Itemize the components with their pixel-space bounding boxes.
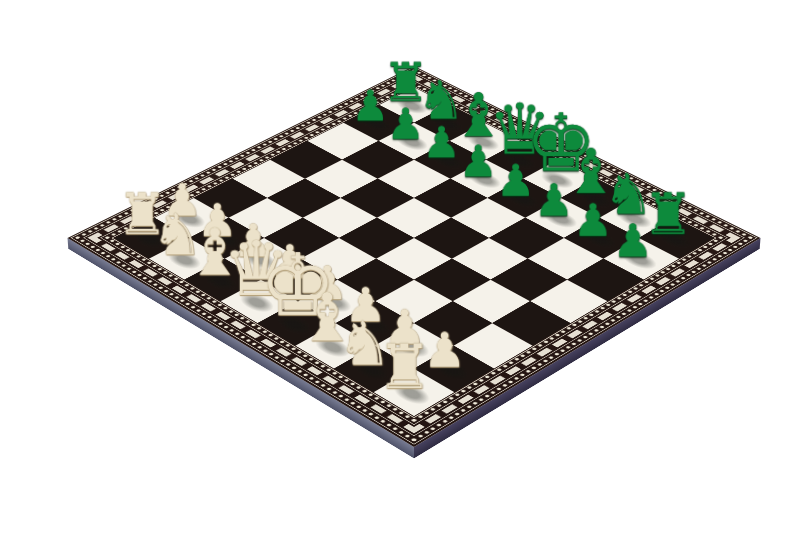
chess-board: ♜♞♝♛♚♝♞♜♟♟♟♟♟♟♟♟♟♟♟♟♟♟♟♟♜♞♝♛♚♝♞♜: [68, 66, 761, 447]
photo-scene: ♜♞♝♛♚♝♞♜♟♟♟♟♟♟♟♟♟♟♟♟♟♟♟♟♜♞♝♛♚♝♞♜: [0, 0, 800, 533]
green-pawn-glyph: ♟: [606, 218, 660, 264]
pieces-layer: ♜♞♝♛♚♝♞♜♟♟♟♟♟♟♟♟♟♟♟♟♟♟♟♟♜♞♝♛♚♝♞♜: [114, 87, 714, 416]
board-grid: ♜♞♝♛♚♝♞♜♟♟♟♟♟♟♟♟♟♟♟♟♟♟♟♟♜♞♝♛♚♝♞♜: [114, 87, 714, 416]
white-rook-glyph: ♜: [376, 336, 433, 398]
